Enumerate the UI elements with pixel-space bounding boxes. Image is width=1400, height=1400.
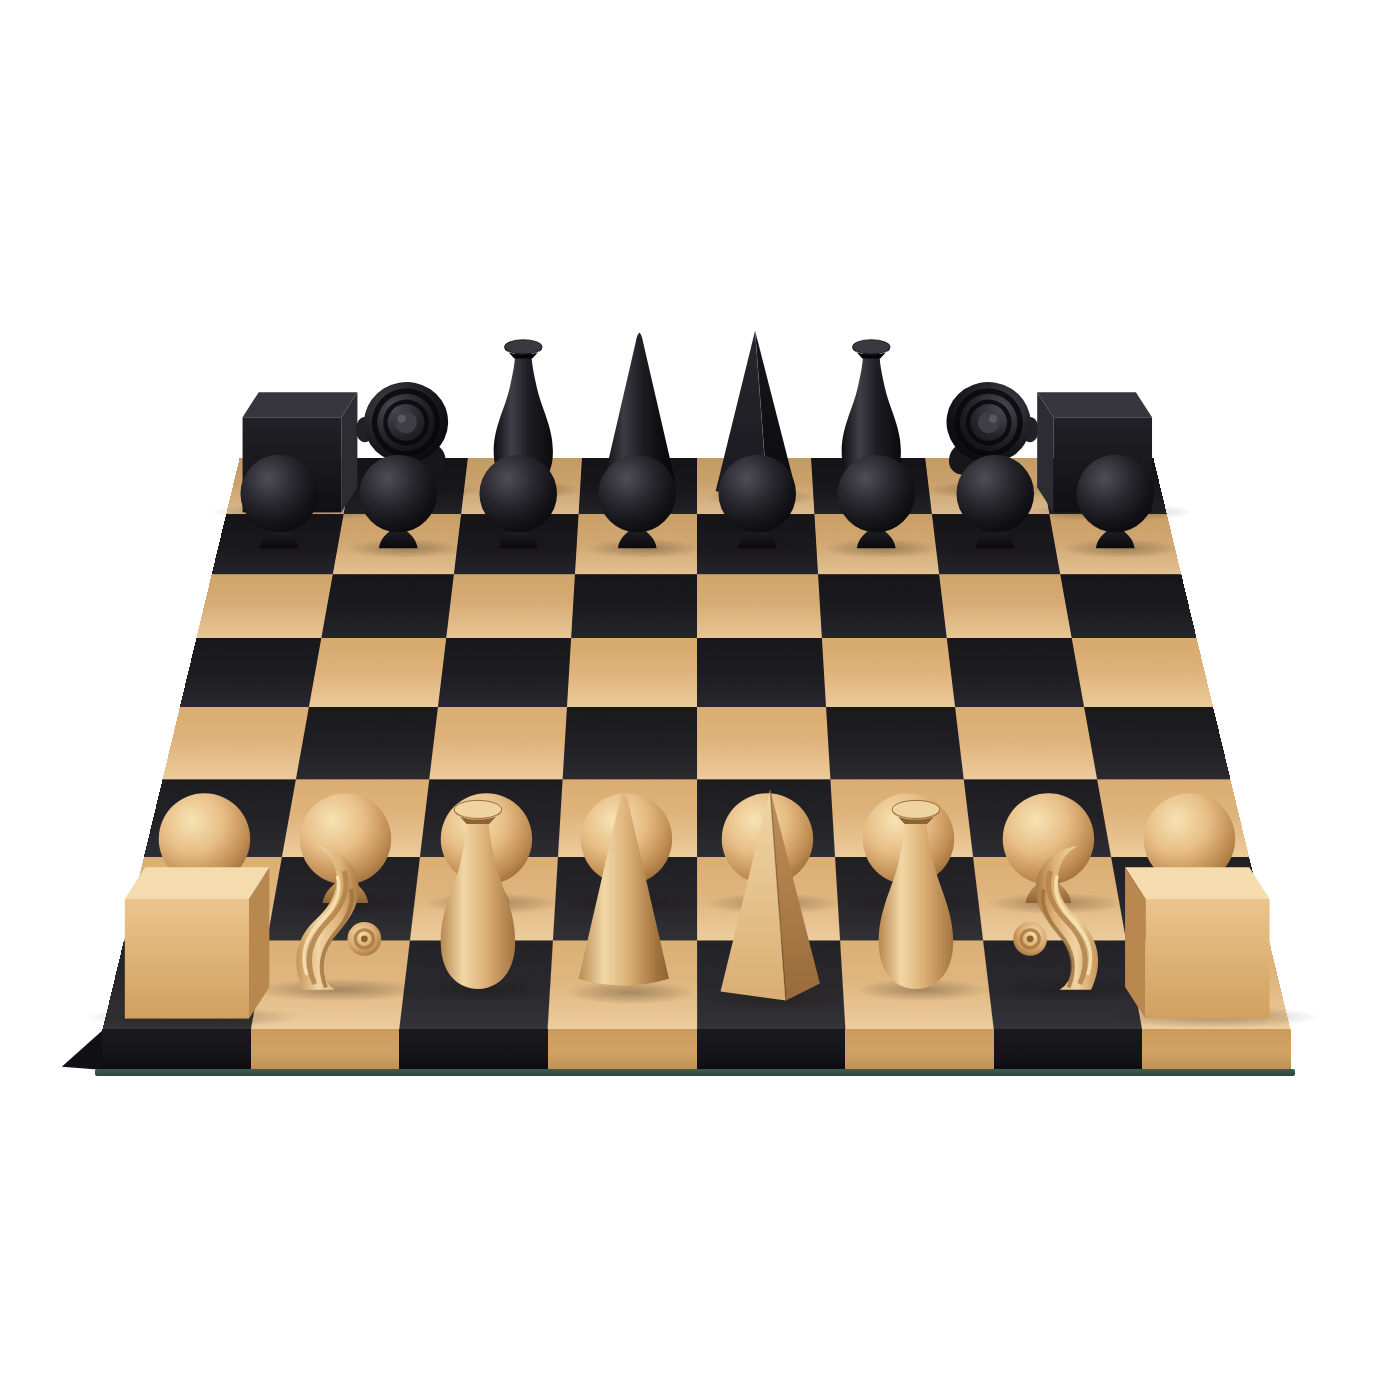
square-d2 bbox=[553, 857, 696, 940]
square-g6 bbox=[939, 574, 1072, 638]
square-b5 bbox=[309, 638, 446, 706]
square-e1 bbox=[697, 940, 846, 1030]
square-c7 bbox=[454, 514, 579, 574]
square-b3 bbox=[282, 779, 429, 857]
square-d6 bbox=[571, 574, 696, 638]
square-h4 bbox=[1084, 707, 1231, 780]
square-b1 bbox=[251, 940, 410, 1030]
square-e5 bbox=[697, 638, 826, 706]
square-d4 bbox=[563, 707, 696, 780]
chess-board bbox=[102, 458, 1290, 1030]
square-d8 bbox=[579, 458, 697, 515]
square-g5 bbox=[947, 638, 1084, 706]
square-b8 bbox=[344, 458, 468, 515]
board-felt-base bbox=[95, 1069, 1295, 1076]
square-g3 bbox=[963, 779, 1110, 857]
edge-segment-b bbox=[251, 1029, 400, 1070]
square-f1 bbox=[840, 940, 994, 1030]
square-f4 bbox=[826, 707, 964, 780]
square-c3 bbox=[420, 779, 563, 857]
square-h6 bbox=[1060, 574, 1197, 638]
square-a8 bbox=[226, 458, 354, 515]
square-e7 bbox=[697, 514, 818, 574]
square-a5 bbox=[180, 638, 321, 706]
square-e2 bbox=[697, 857, 840, 940]
square-a2 bbox=[124, 857, 282, 940]
square-e6 bbox=[697, 574, 822, 638]
square-h7 bbox=[1049, 514, 1181, 574]
square-e4 bbox=[697, 707, 830, 780]
square-c5 bbox=[438, 638, 571, 706]
square-h1 bbox=[1126, 940, 1291, 1030]
square-h5 bbox=[1072, 638, 1213, 706]
edge-segment-a bbox=[102, 1029, 251, 1070]
square-a6 bbox=[196, 574, 333, 638]
square-c6 bbox=[446, 574, 575, 638]
square-f7 bbox=[814, 514, 939, 574]
square-g2 bbox=[973, 857, 1126, 940]
edge-segment-h bbox=[1142, 1029, 1291, 1070]
square-f6 bbox=[818, 574, 947, 638]
square-g8 bbox=[925, 458, 1049, 515]
square-d7 bbox=[575, 514, 696, 574]
square-b2 bbox=[267, 857, 420, 940]
edge-segment-d bbox=[548, 1029, 697, 1070]
square-b6 bbox=[321, 574, 454, 638]
square-e3 bbox=[697, 779, 835, 857]
product-photo-scene bbox=[0, 0, 1400, 1400]
square-f8 bbox=[811, 458, 932, 515]
square-b7 bbox=[333, 514, 461, 574]
square-c8 bbox=[461, 458, 582, 515]
square-c2 bbox=[410, 857, 558, 940]
edge-segment-f bbox=[845, 1029, 994, 1070]
square-g7 bbox=[932, 514, 1060, 574]
square-a4 bbox=[163, 707, 310, 780]
square-c4 bbox=[430, 707, 568, 780]
square-a1 bbox=[102, 940, 267, 1030]
square-e8 bbox=[697, 458, 815, 515]
square-b4 bbox=[296, 707, 438, 780]
square-f5 bbox=[822, 638, 955, 706]
square-d5 bbox=[567, 638, 696, 706]
square-h3 bbox=[1097, 779, 1249, 857]
edge-segment-c bbox=[399, 1029, 548, 1070]
edge-segment-g bbox=[994, 1029, 1143, 1070]
square-a7 bbox=[212, 514, 344, 574]
square-g1 bbox=[983, 940, 1142, 1030]
square-d3 bbox=[558, 779, 696, 857]
square-g4 bbox=[955, 707, 1097, 780]
square-c1 bbox=[399, 940, 553, 1030]
square-a3 bbox=[144, 779, 296, 857]
board-left-edge-wedge bbox=[60, 1029, 104, 1070]
square-f3 bbox=[830, 779, 973, 857]
square-h2 bbox=[1111, 857, 1269, 940]
edge-segment-e bbox=[697, 1029, 846, 1070]
square-h8 bbox=[1039, 458, 1167, 515]
square-d1 bbox=[548, 940, 697, 1030]
square-f2 bbox=[835, 857, 983, 940]
board-front-edge bbox=[102, 1029, 1291, 1070]
